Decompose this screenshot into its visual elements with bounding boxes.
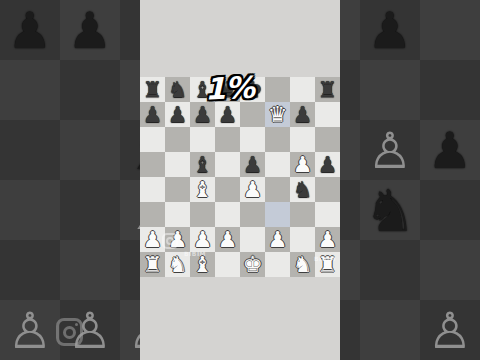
square-g5[interactable]: ♟: [290, 152, 315, 177]
video-frame: ♟♟♟♝♙♟♗♞♙♙♙♙ ♜♞♝♛♚♜♟♟♟♟♛♟♝♟♟♟♝♟♞♟♟♟♟♟♟♜♞…: [0, 0, 480, 360]
square-e5[interactable]: ♟: [240, 152, 265, 177]
black-bishop: ♝: [190, 152, 215, 177]
square-h8[interactable]: ♜: [315, 77, 340, 102]
square-g7[interactable]: ♟: [290, 102, 315, 127]
square-a4[interactable]: [140, 177, 165, 202]
square-b6[interactable]: [165, 127, 190, 152]
background-giant-piece: ♟: [420, 120, 480, 180]
square-a5[interactable]: [140, 152, 165, 177]
square-h7[interactable]: [315, 102, 340, 127]
square-h6[interactable]: [315, 127, 340, 152]
square-d6[interactable]: [215, 127, 240, 152]
white-pawn: ♟: [215, 227, 240, 252]
square-a8[interactable]: ♜: [140, 77, 165, 102]
square-g6[interactable]: [290, 127, 315, 152]
square-c4[interactable]: ♝: [190, 177, 215, 202]
square-e1[interactable]: ♚: [240, 252, 265, 277]
square-b8[interactable]: ♞: [165, 77, 190, 102]
square-e6[interactable]: [240, 127, 265, 152]
square-f5[interactable]: [265, 152, 290, 177]
square-b4[interactable]: [165, 177, 190, 202]
square-f6[interactable]: [265, 127, 290, 152]
background-giant-piece: ♟: [360, 0, 420, 60]
square-d3[interactable]: [215, 202, 240, 227]
black-knight: ♞: [290, 177, 315, 202]
square-b3[interactable]: [165, 202, 190, 227]
square-f2[interactable]: ♟: [265, 227, 290, 252]
camera-flash-dot-icon: [75, 323, 78, 326]
square-d2[interactable]: ♟: [215, 227, 240, 252]
white-knight: ♞: [290, 252, 315, 277]
square-e4[interactable]: ♟: [240, 177, 265, 202]
background-giant-piece: ♙: [360, 120, 420, 180]
square-d4[interactable]: [215, 177, 240, 202]
white-pawn: ♟: [265, 227, 290, 252]
square-h2[interactable]: ♟: [315, 227, 340, 252]
watermark-text: BIBIM: [314, 255, 336, 262]
background-giant-piece: ♟: [0, 0, 60, 60]
square-g4[interactable]: ♞: [290, 177, 315, 202]
black-knight: ♞: [165, 77, 190, 102]
square-c3[interactable]: [190, 202, 215, 227]
watermark-text: BIBIM: [184, 250, 206, 257]
white-bishop: ♝: [190, 177, 215, 202]
camera-lens-icon: [63, 326, 76, 339]
square-b7[interactable]: ♟: [165, 102, 190, 127]
square-e3[interactable]: [240, 202, 265, 227]
background-giant-piece: ♙: [0, 300, 60, 360]
square-d5[interactable]: [215, 152, 240, 177]
square-g2[interactable]: [290, 227, 315, 252]
instagram-camera-icon: [56, 318, 83, 346]
caption-text: 1%: [204, 69, 285, 114]
square-a7[interactable]: ♟: [140, 102, 165, 127]
square-h5[interactable]: ♟: [315, 152, 340, 177]
camera-flash-dot-icon: [173, 236, 175, 238]
white-pawn: ♟: [315, 227, 340, 252]
square-c6[interactable]: [190, 127, 215, 152]
square-a6[interactable]: [140, 127, 165, 152]
square-c2[interactable]: ♟: [190, 227, 215, 252]
square-g1[interactable]: ♞: [290, 252, 315, 277]
white-pawn: ♟: [290, 152, 315, 177]
black-pawn: ♟: [165, 102, 190, 127]
square-g3[interactable]: [290, 202, 315, 227]
square-a3[interactable]: [140, 202, 165, 227]
black-rook: ♜: [315, 77, 340, 102]
black-pawn: ♟: [315, 152, 340, 177]
square-h3[interactable]: [315, 202, 340, 227]
square-e2[interactable]: [240, 227, 265, 252]
square-c5[interactable]: ♝: [190, 152, 215, 177]
background-giant-piece: ♞: [360, 180, 420, 240]
background-giant-piece: ♙: [420, 300, 480, 360]
white-rook: ♜: [140, 252, 165, 277]
square-d1[interactable]: [215, 252, 240, 277]
black-pawn: ♟: [240, 152, 265, 177]
black-rook: ♜: [140, 77, 165, 102]
camera-lens-icon: [166, 237, 174, 245]
white-king: ♚: [240, 252, 265, 277]
square-b5[interactable]: [165, 152, 190, 177]
square-f1[interactable]: [265, 252, 290, 277]
square-h4[interactable]: [315, 177, 340, 202]
square-g8[interactable]: [290, 77, 315, 102]
white-pawn: ♟: [240, 177, 265, 202]
instagram-camera-icon-small: [162, 233, 178, 249]
white-pawn: ♟: [190, 227, 215, 252]
black-pawn: ♟: [140, 102, 165, 127]
square-f3[interactable]: [265, 202, 290, 227]
background-giant-piece: ♟: [60, 0, 120, 60]
square-f4[interactable]: [265, 177, 290, 202]
black-pawn: ♟: [290, 102, 315, 127]
square-a1[interactable]: ♜: [140, 252, 165, 277]
